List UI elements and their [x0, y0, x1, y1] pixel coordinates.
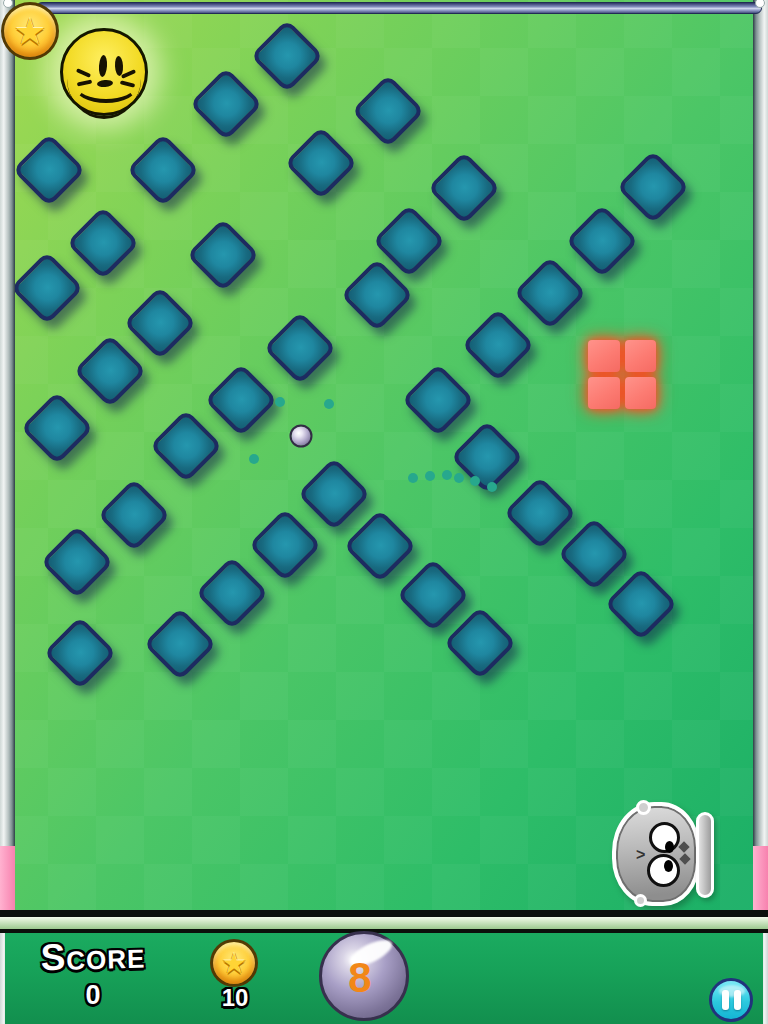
teal-diamond-brick-face	[40, 525, 114, 599]
penguin-knob	[634, 894, 647, 907]
red-bonus-brick-group	[588, 340, 656, 409]
penguin-knob	[636, 800, 651, 815]
teal-diamond-brick-face	[565, 204, 639, 278]
red-brick-tile	[588, 377, 620, 409]
teal-diamond-brick-face	[443, 606, 517, 680]
penguin-pupil	[664, 860, 673, 872]
game-screen: > ★ Score 0 ★ 10 8	[0, 0, 768, 1024]
aim-dot	[324, 399, 334, 409]
balls-remaining-badge: 8	[319, 931, 409, 1021]
aim-dot	[408, 473, 418, 483]
pause-icon	[734, 990, 741, 1010]
teal-diamond-brick-face	[189, 67, 263, 141]
teal-diamond-brick-face	[396, 558, 470, 632]
star-icon: ★	[14, 11, 46, 52]
teal-diamond-brick-face	[12, 133, 86, 207]
pause-icon	[722, 990, 729, 1010]
teal-diamond-brick-face	[284, 126, 358, 200]
field-bottom-border	[0, 910, 768, 917]
teal-diamond-brick-face	[604, 567, 678, 641]
teal-diamond-brick-face	[204, 363, 278, 437]
teal-diamond-brick-face	[186, 218, 260, 292]
aim-dot	[442, 470, 452, 480]
penguin-body	[612, 802, 700, 906]
score-value: 0	[18, 980, 168, 1011]
teal-diamond-brick-face	[10, 251, 84, 325]
teal-diamond-brick-face	[297, 457, 371, 531]
aim-dot	[249, 454, 259, 464]
teal-diamond-brick-face	[20, 391, 94, 465]
teal-diamond-brick-face	[73, 334, 147, 408]
field-bottom-highlight	[0, 917, 768, 929]
aim-dot	[275, 397, 285, 407]
teal-diamond-brick-face	[351, 74, 425, 148]
teal-diamond-brick-face	[263, 311, 337, 385]
teal-diamond-brick-face	[143, 607, 217, 681]
teal-diamond-brick-face	[401, 363, 475, 437]
aim-dot	[425, 471, 435, 481]
right-rail-pink-segment	[753, 846, 768, 918]
penguin-side-bar	[696, 812, 714, 898]
smiley-ball	[60, 28, 148, 116]
penguin-cheek-mark: >	[636, 846, 645, 864]
teal-diamond-brick-face	[149, 409, 223, 483]
corner-coin-badge: ★	[1, 2, 59, 60]
smiley-smile	[74, 69, 138, 103]
teal-diamond-brick-face	[250, 19, 324, 93]
pause-button[interactable]	[709, 978, 753, 1022]
top-bar	[36, 2, 762, 14]
red-brick-tile	[625, 340, 657, 372]
red-brick-tile	[588, 340, 620, 372]
teal-diamond-brick-face	[513, 256, 587, 330]
teal-diamond-brick-face	[461, 308, 535, 382]
aim-dot	[470, 476, 480, 486]
coin-count: 10	[185, 984, 285, 1012]
score-label: Score	[17, 934, 168, 980]
penguin-pupil	[665, 841, 674, 853]
penguin-character: >	[610, 798, 716, 910]
star-icon: ★	[221, 948, 246, 979]
coin-icon: ★	[210, 939, 258, 987]
penguin-eye	[647, 854, 680, 887]
teal-diamond-brick-face	[126, 133, 200, 207]
player-ball	[290, 425, 313, 448]
teal-diamond-brick-face	[43, 616, 117, 690]
teal-diamond-brick-face	[248, 508, 322, 582]
teal-diamond-brick-face	[427, 151, 501, 225]
teal-diamond-brick-face	[616, 150, 690, 224]
teal-diamond-brick-face	[503, 476, 577, 550]
aim-dot	[487, 482, 497, 492]
teal-diamond-brick-face	[557, 517, 631, 591]
teal-diamond-brick-face	[450, 420, 524, 494]
red-brick-tile	[625, 377, 657, 409]
left-rail-pink-segment	[0, 846, 15, 918]
left-rail	[0, 0, 15, 1024]
right-rail	[753, 0, 768, 1024]
aim-dot	[454, 473, 464, 483]
teal-diamond-brick-face	[343, 509, 417, 583]
teal-diamond-brick-face	[97, 478, 171, 552]
teal-diamond-brick-face	[123, 286, 197, 360]
teal-diamond-brick-face	[66, 206, 140, 280]
balls-remaining-value: 8	[318, 934, 402, 1018]
teal-diamond-brick-face	[195, 556, 269, 630]
